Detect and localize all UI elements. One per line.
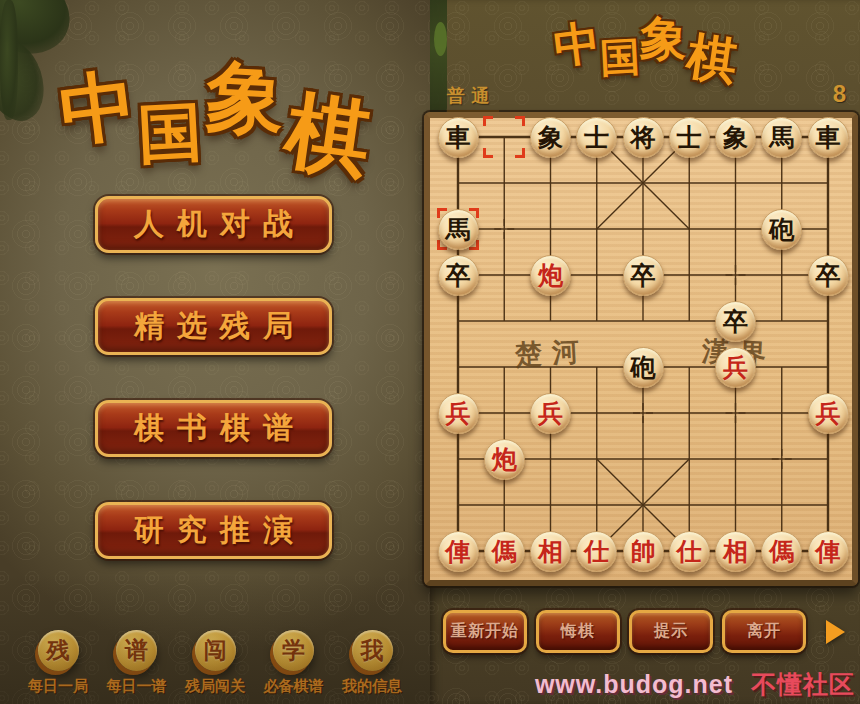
- coin-icon: 闯: [195, 630, 236, 671]
- coin-icon: 我: [352, 630, 393, 671]
- logo-char: 国: [598, 37, 640, 79]
- menu-button-selected-endgames[interactable]: 精选残局: [95, 298, 332, 355]
- shortcut-label: 必备棋谱: [264, 677, 324, 696]
- app-logo: 中 国 象 棋: [0, 58, 430, 142]
- shortcut-label: 每日一谱: [107, 677, 167, 696]
- black-piece-馬[interactable]: 馬: [761, 117, 802, 158]
- undo-move-button[interactable]: 悔棋: [536, 610, 620, 653]
- black-piece-砲[interactable]: 砲: [761, 209, 802, 250]
- app-window: 中 国 象 棋 人机对战 精选残局 棋书棋谱 研究推演 残 每日一局: [0, 0, 860, 704]
- undo-button-label: 悔棋: [561, 621, 595, 642]
- logo-char: 中: [56, 66, 141, 151]
- logo-char: 棋: [281, 89, 376, 184]
- xiangqi-board[interactable]: 楚河 漢界 車象士将士象馬車馬砲卒炮卒卒卒砲兵兵兵兵炮俥傌相仕帥仕相傌俥: [424, 112, 858, 586]
- black-piece-卒[interactable]: 卒: [438, 255, 479, 296]
- logo-char: 国: [136, 100, 203, 167]
- shortcut-label: 残局闯关: [185, 677, 245, 696]
- coin-icon: 残: [38, 630, 79, 671]
- watermark: www.budog.net 不懂社区: [535, 668, 855, 701]
- difficulty-label[interactable]: 普通: [447, 84, 499, 112]
- menu-button-label: 研究推演: [134, 510, 306, 551]
- red-piece-相[interactable]: 相: [530, 531, 571, 572]
- counter-badge: 8: [833, 80, 846, 108]
- action-bar: 重新开始 悔棋 提示 离开: [443, 610, 806, 653]
- shortcut-label: 我的信息: [342, 677, 402, 696]
- red-piece-傌[interactable]: 傌: [761, 531, 802, 572]
- black-piece-車[interactable]: 車: [808, 117, 849, 158]
- black-piece-卒[interactable]: 卒: [715, 301, 756, 342]
- shortcut-label: 每日一局: [28, 677, 88, 696]
- coin-icon: 学: [273, 630, 314, 671]
- menu-button-label: 精选残局: [134, 306, 306, 347]
- red-piece-兵[interactable]: 兵: [530, 393, 571, 434]
- black-piece-将[interactable]: 将: [623, 117, 664, 158]
- red-piece-仕[interactable]: 仕: [669, 531, 710, 572]
- menu-button-label: 棋书棋谱: [134, 408, 306, 449]
- black-piece-象[interactable]: 象: [530, 117, 571, 158]
- red-piece-相[interactable]: 相: [715, 531, 756, 572]
- red-piece-仕[interactable]: 仕: [576, 531, 617, 572]
- piece-layer: 車象士将士象馬車馬砲卒炮卒卒卒砲兵兵兵兵炮俥傌相仕帥仕相傌俥: [435, 114, 851, 574]
- black-piece-砲[interactable]: 砲: [623, 347, 664, 388]
- red-piece-兵[interactable]: 兵: [808, 393, 849, 434]
- main-menu-panel: 中 国 象 棋 人机对战 精选残局 棋书棋谱 研究推演 残 每日一局: [0, 0, 430, 704]
- coin-icon: 谱: [116, 630, 157, 671]
- restart-button[interactable]: 重新开始: [443, 610, 527, 653]
- hint-button-label: 提示: [654, 621, 688, 642]
- red-piece-兵[interactable]: 兵: [438, 393, 479, 434]
- shortcut-endgame-challenge[interactable]: 闯 残局闯关: [179, 630, 251, 696]
- red-piece-兵[interactable]: 兵: [715, 347, 756, 388]
- shortcut-daily-game[interactable]: 残 每日一局: [22, 630, 94, 696]
- shortcut-bar: 残 每日一局 谱 每日一谱 闯 残局闯关 学 必备棋谱 我 我的信息: [0, 630, 430, 696]
- logo-char: 中: [551, 19, 602, 70]
- red-piece-炮[interactable]: 炮: [484, 439, 525, 480]
- menu-button-research-analysis[interactable]: 研究推演: [95, 502, 332, 559]
- leave-button[interactable]: 离开: [722, 610, 806, 653]
- shortcut-daily-record[interactable]: 谱 每日一谱: [101, 630, 173, 696]
- watermark-url: www.budog.net: [535, 670, 733, 698]
- black-piece-士[interactable]: 士: [669, 117, 710, 158]
- logo-char: 象: [204, 58, 286, 140]
- game-panel: 中 国 象 棋 普通 8 楚河 漢界 車象士将士象馬車馬砲卒炮卒卒卒砲兵兵兵兵炮…: [430, 0, 860, 704]
- shortcut-my-info[interactable]: 我 我的信息: [336, 630, 408, 696]
- black-piece-士[interactable]: 士: [576, 117, 617, 158]
- leave-button-label: 离开: [747, 621, 781, 642]
- restart-button-label: 重新开始: [451, 621, 519, 642]
- red-piece-俥[interactable]: 俥: [808, 531, 849, 572]
- red-piece-帥[interactable]: 帥: [623, 531, 664, 572]
- logo-char: 棋: [683, 31, 739, 87]
- watermark-site-name: 不懂社区: [751, 670, 855, 698]
- shortcut-essential-records[interactable]: 学 必备棋谱: [258, 630, 330, 696]
- game-logo: 中 国 象 棋: [430, 16, 860, 66]
- black-piece-車[interactable]: 車: [438, 117, 479, 158]
- black-piece-馬[interactable]: 馬: [438, 209, 479, 250]
- red-piece-俥[interactable]: 俥: [438, 531, 479, 572]
- main-menu: 人机对战 精选残局 棋书棋谱 研究推演: [95, 196, 332, 559]
- black-piece-象[interactable]: 象: [715, 117, 756, 158]
- black-piece-卒[interactable]: 卒: [623, 255, 664, 296]
- menu-button-label: 人机对战: [134, 204, 306, 245]
- last-move-marker: [483, 116, 525, 158]
- logo-char: 象: [638, 15, 687, 64]
- play-arrow-button[interactable]: [826, 620, 845, 644]
- hint-button[interactable]: 提示: [629, 610, 713, 653]
- red-piece-傌[interactable]: 傌: [484, 531, 525, 572]
- red-piece-炮[interactable]: 炮: [530, 255, 571, 296]
- menu-button-chess-books[interactable]: 棋书棋谱: [95, 400, 332, 457]
- black-piece-卒[interactable]: 卒: [808, 255, 849, 296]
- menu-button-human-vs-ai[interactable]: 人机对战: [95, 196, 332, 253]
